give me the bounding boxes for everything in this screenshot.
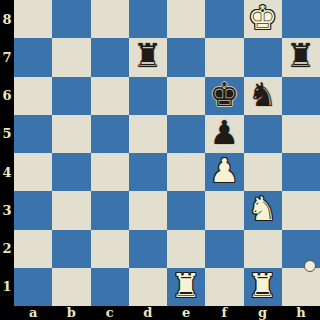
piece-black-knight[interactable]: ♞ [248,76,278,114]
square-d7[interactable]: ♜ [129,38,167,76]
square-f1[interactable] [205,268,243,306]
square-f4[interactable]: ♟ [205,153,243,191]
square-e1[interactable]: ♜ [167,268,205,306]
square-g3[interactable]: ♞ [244,191,282,229]
square-f3[interactable] [205,191,243,229]
file-label-c: c [91,306,129,320]
square-b1[interactable] [52,268,90,306]
file-labels: abcdefgh [14,306,320,320]
square-f7[interactable] [205,38,243,76]
rank-label-5: 5 [0,115,14,153]
piece-white-rook[interactable]: ♜ [171,267,201,305]
square-h5[interactable] [282,115,320,153]
piece-black-pawn[interactable]: ♟ [210,114,240,152]
square-e6[interactable] [167,77,205,115]
piece-black-king[interactable]: ♚ [210,76,240,114]
piece-white-pawn[interactable]: ♟ [210,152,240,190]
square-c3[interactable] [91,191,129,229]
square-f8[interactable] [205,0,243,38]
square-h8[interactable] [282,0,320,38]
square-a3[interactable] [14,191,52,229]
piece-black-rook[interactable]: ♜ [133,37,163,75]
square-c4[interactable] [91,153,129,191]
piece-white-knight[interactable]: ♞ [248,190,278,228]
square-d4[interactable] [129,153,167,191]
square-g6[interactable]: ♞ [244,77,282,115]
square-b4[interactable] [52,153,90,191]
square-b8[interactable] [52,0,90,38]
rank-label-4: 4 [0,153,14,191]
rank-label-6: 6 [0,77,14,115]
square-a7[interactable] [14,38,52,76]
square-e8[interactable] [167,0,205,38]
square-d5[interactable] [129,115,167,153]
square-g4[interactable] [244,153,282,191]
piece-white-king[interactable]: ♚ [248,0,278,37]
rank-label-7: 7 [0,38,14,76]
square-d6[interactable] [129,77,167,115]
square-h7[interactable]: ♜ [282,38,320,76]
square-d2[interactable] [129,230,167,268]
square-e3[interactable] [167,191,205,229]
piece-black-rook[interactable]: ♜ [286,37,316,75]
square-e5[interactable] [167,115,205,153]
chess-diagram: 87654321 ♚♜♜♚♞♟♟♞♜♜ abcdefgh [0,0,320,320]
square-c2[interactable] [91,230,129,268]
square-g7[interactable] [244,38,282,76]
square-h1[interactable] [282,268,320,306]
square-e4[interactable] [167,153,205,191]
square-b2[interactable] [52,230,90,268]
rank-label-1: 1 [0,268,14,306]
square-g8[interactable]: ♚ [244,0,282,38]
square-c6[interactable] [91,77,129,115]
square-d8[interactable] [129,0,167,38]
square-c5[interactable] [91,115,129,153]
square-b6[interactable] [52,77,90,115]
rank-label-8: 8 [0,0,14,38]
square-h4[interactable] [282,153,320,191]
square-g1[interactable]: ♜ [244,268,282,306]
rank-label-2: 2 [0,230,14,268]
file-label-g: g [244,306,282,320]
square-g2[interactable] [244,230,282,268]
square-b7[interactable] [52,38,90,76]
white-to-move-indicator [304,260,316,272]
square-e7[interactable] [167,38,205,76]
square-f2[interactable] [205,230,243,268]
square-b5[interactable] [52,115,90,153]
square-f6[interactable]: ♚ [205,77,243,115]
file-label-f: f [205,306,243,320]
square-h6[interactable] [282,77,320,115]
square-b3[interactable] [52,191,90,229]
rank-label-3: 3 [0,191,14,229]
square-a8[interactable] [14,0,52,38]
square-h3[interactable] [282,191,320,229]
square-e2[interactable] [167,230,205,268]
square-f5[interactable]: ♟ [205,115,243,153]
square-a5[interactable] [14,115,52,153]
file-label-d: d [129,306,167,320]
square-a2[interactable] [14,230,52,268]
file-label-h: h [282,306,320,320]
chess-board: ♚♜♜♚♞♟♟♞♜♜ [14,0,320,306]
square-c7[interactable] [91,38,129,76]
file-label-b: b [52,306,90,320]
rank-labels: 87654321 [0,0,14,306]
file-label-e: e [167,306,205,320]
square-d3[interactable] [129,191,167,229]
square-a6[interactable] [14,77,52,115]
square-a1[interactable] [14,268,52,306]
square-c8[interactable] [91,0,129,38]
square-c1[interactable] [91,268,129,306]
square-d1[interactable] [129,268,167,306]
piece-white-rook[interactable]: ♜ [248,267,278,305]
square-g5[interactable] [244,115,282,153]
square-a4[interactable] [14,153,52,191]
file-label-a: a [14,306,52,320]
